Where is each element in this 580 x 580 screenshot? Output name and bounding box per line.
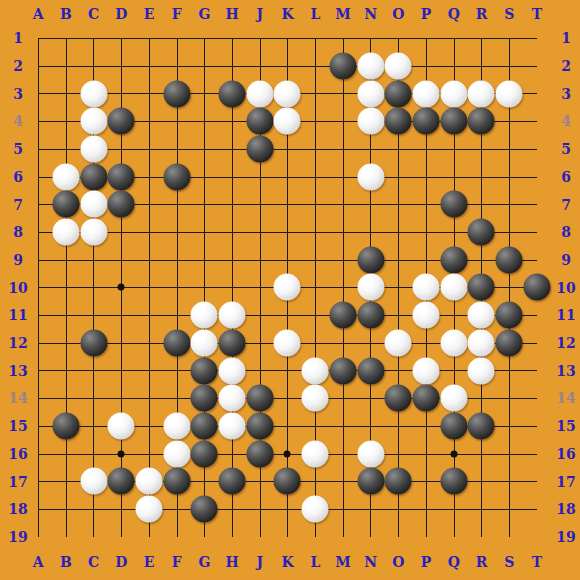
intersection-C16[interactable] [80, 440, 108, 468]
intersection-K13[interactable] [274, 357, 302, 385]
intersection-O2[interactable] [384, 52, 412, 80]
intersection-H6[interactable] [218, 163, 246, 191]
intersection-C2[interactable] [80, 52, 108, 80]
intersection-D1[interactable] [108, 24, 136, 52]
intersection-M3[interactable] [329, 80, 357, 108]
intersection-L7[interactable] [301, 191, 329, 219]
intersection-F12[interactable] [163, 329, 191, 357]
intersection-R6[interactable] [467, 163, 495, 191]
intersection-T19[interactable] [523, 523, 551, 551]
intersection-G17[interactable] [191, 467, 219, 495]
intersection-H8[interactable] [218, 218, 246, 246]
intersection-O18[interactable] [384, 495, 412, 523]
intersection-A4[interactable] [24, 108, 52, 136]
intersection-B15[interactable] [52, 412, 80, 440]
intersection-A16[interactable] [24, 440, 52, 468]
intersection-L18[interactable] [301, 495, 329, 523]
intersection-D13[interactable] [108, 357, 136, 385]
intersection-H15[interactable] [218, 412, 246, 440]
intersection-F6[interactable] [163, 163, 191, 191]
intersection-S12[interactable] [495, 329, 523, 357]
intersection-A5[interactable] [24, 135, 52, 163]
intersection-M15[interactable] [329, 412, 357, 440]
intersection-D5[interactable] [108, 135, 136, 163]
intersection-L4[interactable] [301, 108, 329, 136]
intersection-O15[interactable] [384, 412, 412, 440]
intersection-A14[interactable] [24, 384, 52, 412]
intersection-P12[interactable] [412, 329, 440, 357]
intersection-P8[interactable] [412, 218, 440, 246]
intersection-A8[interactable] [24, 218, 52, 246]
intersection-N6[interactable] [357, 163, 385, 191]
intersection-J5[interactable] [246, 135, 274, 163]
intersection-G2[interactable] [191, 52, 219, 80]
intersection-P14[interactable] [412, 384, 440, 412]
intersection-D18[interactable] [108, 495, 136, 523]
intersection-J1[interactable] [246, 24, 274, 52]
intersection-O19[interactable] [384, 523, 412, 551]
intersection-O16[interactable] [384, 440, 412, 468]
intersection-L9[interactable] [301, 246, 329, 274]
intersection-H13[interactable] [218, 357, 246, 385]
intersection-K3[interactable] [274, 80, 302, 108]
intersection-B7[interactable] [52, 191, 80, 219]
intersection-J2[interactable] [246, 52, 274, 80]
intersection-T15[interactable] [523, 412, 551, 440]
intersection-B2[interactable] [52, 52, 80, 80]
intersection-K4[interactable] [274, 108, 302, 136]
intersection-T16[interactable] [523, 440, 551, 468]
intersection-M18[interactable] [329, 495, 357, 523]
intersection-O13[interactable] [384, 357, 412, 385]
intersection-O14[interactable] [384, 384, 412, 412]
intersection-N13[interactable] [357, 357, 385, 385]
intersection-N11[interactable] [357, 301, 385, 329]
intersection-H18[interactable] [218, 495, 246, 523]
intersection-K18[interactable] [274, 495, 302, 523]
intersection-H1[interactable] [218, 24, 246, 52]
intersection-P5[interactable] [412, 135, 440, 163]
intersection-G11[interactable] [191, 301, 219, 329]
intersection-L15[interactable] [301, 412, 329, 440]
intersection-G8[interactable] [191, 218, 219, 246]
intersection-O3[interactable] [384, 80, 412, 108]
intersection-G7[interactable] [191, 191, 219, 219]
intersection-L1[interactable] [301, 24, 329, 52]
intersection-H2[interactable] [218, 52, 246, 80]
intersection-B14[interactable] [52, 384, 80, 412]
intersection-C10[interactable] [80, 274, 108, 302]
intersection-O9[interactable] [384, 246, 412, 274]
intersection-P4[interactable] [412, 108, 440, 136]
intersection-J17[interactable] [246, 467, 274, 495]
intersection-T1[interactable] [523, 24, 551, 52]
intersection-R10[interactable] [467, 274, 495, 302]
intersection-E12[interactable] [135, 329, 163, 357]
intersection-K9[interactable] [274, 246, 302, 274]
intersection-Q13[interactable] [440, 357, 468, 385]
intersection-L19[interactable] [301, 523, 329, 551]
intersection-Q14[interactable] [440, 384, 468, 412]
intersection-C17[interactable] [80, 467, 108, 495]
intersection-T3[interactable] [523, 80, 551, 108]
intersection-L3[interactable] [301, 80, 329, 108]
intersection-O10[interactable] [384, 274, 412, 302]
intersection-B16[interactable] [52, 440, 80, 468]
intersection-B4[interactable] [52, 108, 80, 136]
intersection-G15[interactable] [191, 412, 219, 440]
intersection-P16[interactable] [412, 440, 440, 468]
intersection-G14[interactable] [191, 384, 219, 412]
intersection-M5[interactable] [329, 135, 357, 163]
intersection-L17[interactable] [301, 467, 329, 495]
intersection-M7[interactable] [329, 191, 357, 219]
intersection-J3[interactable] [246, 80, 274, 108]
intersection-E13[interactable] [135, 357, 163, 385]
intersection-G4[interactable] [191, 108, 219, 136]
intersection-H7[interactable] [218, 191, 246, 219]
intersection-R4[interactable] [467, 108, 495, 136]
intersection-T14[interactable] [523, 384, 551, 412]
intersection-S1[interactable] [495, 24, 523, 52]
intersection-B19[interactable] [52, 523, 80, 551]
intersection-S9[interactable] [495, 246, 523, 274]
intersection-K2[interactable] [274, 52, 302, 80]
intersection-T2[interactable] [523, 52, 551, 80]
intersection-F3[interactable] [163, 80, 191, 108]
intersection-B11[interactable] [52, 301, 80, 329]
intersection-N17[interactable] [357, 467, 385, 495]
intersection-D9[interactable] [108, 246, 136, 274]
intersection-J13[interactable] [246, 357, 274, 385]
intersection-L6[interactable] [301, 163, 329, 191]
intersection-B5[interactable] [52, 135, 80, 163]
intersection-M19[interactable] [329, 523, 357, 551]
intersection-K8[interactable] [274, 218, 302, 246]
intersection-Q15[interactable] [440, 412, 468, 440]
intersection-H16[interactable] [218, 440, 246, 468]
intersection-J14[interactable] [246, 384, 274, 412]
intersection-Q11[interactable] [440, 301, 468, 329]
intersection-P13[interactable] [412, 357, 440, 385]
intersection-Q9[interactable] [440, 246, 468, 274]
intersection-S15[interactable] [495, 412, 523, 440]
intersection-O7[interactable] [384, 191, 412, 219]
intersection-P9[interactable] [412, 246, 440, 274]
intersection-Q1[interactable] [440, 24, 468, 52]
intersection-N16[interactable] [357, 440, 385, 468]
intersection-S7[interactable] [495, 191, 523, 219]
intersection-G18[interactable] [191, 495, 219, 523]
intersection-A19[interactable] [24, 523, 52, 551]
intersection-P1[interactable] [412, 24, 440, 52]
intersection-G16[interactable] [191, 440, 219, 468]
intersection-H10[interactable] [218, 274, 246, 302]
intersection-E19[interactable] [135, 523, 163, 551]
intersection-C11[interactable] [80, 301, 108, 329]
intersection-K15[interactable] [274, 412, 302, 440]
intersection-S16[interactable] [495, 440, 523, 468]
intersection-D14[interactable] [108, 384, 136, 412]
intersection-J8[interactable] [246, 218, 274, 246]
intersection-D10[interactable] [108, 274, 136, 302]
intersection-J12[interactable] [246, 329, 274, 357]
intersection-Q17[interactable] [440, 467, 468, 495]
intersection-S3[interactable] [495, 80, 523, 108]
intersection-T8[interactable] [523, 218, 551, 246]
intersection-C5[interactable] [80, 135, 108, 163]
intersection-C14[interactable] [80, 384, 108, 412]
intersection-P17[interactable] [412, 467, 440, 495]
intersection-F11[interactable] [163, 301, 191, 329]
intersection-N9[interactable] [357, 246, 385, 274]
intersection-A7[interactable] [24, 191, 52, 219]
intersection-F2[interactable] [163, 52, 191, 80]
intersection-E10[interactable] [135, 274, 163, 302]
intersection-N15[interactable] [357, 412, 385, 440]
intersection-A6[interactable] [24, 163, 52, 191]
intersection-G19[interactable] [191, 523, 219, 551]
intersection-Q6[interactable] [440, 163, 468, 191]
intersection-D15[interactable] [108, 412, 136, 440]
intersection-C15[interactable] [80, 412, 108, 440]
intersection-R2[interactable] [467, 52, 495, 80]
intersection-G6[interactable] [191, 163, 219, 191]
intersection-E15[interactable] [135, 412, 163, 440]
intersection-K7[interactable] [274, 191, 302, 219]
intersection-N8[interactable] [357, 218, 385, 246]
intersection-D12[interactable] [108, 329, 136, 357]
intersection-O8[interactable] [384, 218, 412, 246]
intersection-T12[interactable] [523, 329, 551, 357]
intersection-L2[interactable] [301, 52, 329, 80]
intersection-E11[interactable] [135, 301, 163, 329]
intersection-F10[interactable] [163, 274, 191, 302]
intersection-L12[interactable] [301, 329, 329, 357]
intersection-S19[interactable] [495, 523, 523, 551]
intersection-D16[interactable] [108, 440, 136, 468]
intersection-G13[interactable] [191, 357, 219, 385]
intersection-T9[interactable] [523, 246, 551, 274]
intersection-G9[interactable] [191, 246, 219, 274]
intersection-F13[interactable] [163, 357, 191, 385]
intersection-R7[interactable] [467, 191, 495, 219]
intersection-Q5[interactable] [440, 135, 468, 163]
intersection-S8[interactable] [495, 218, 523, 246]
intersection-S4[interactable] [495, 108, 523, 136]
intersection-R17[interactable] [467, 467, 495, 495]
intersection-G3[interactable] [191, 80, 219, 108]
intersection-D7[interactable] [108, 191, 136, 219]
intersection-E3[interactable] [135, 80, 163, 108]
intersection-C12[interactable] [80, 329, 108, 357]
intersection-N1[interactable] [357, 24, 385, 52]
intersection-A9[interactable] [24, 246, 52, 274]
intersection-E4[interactable] [135, 108, 163, 136]
intersection-G1[interactable] [191, 24, 219, 52]
intersection-B12[interactable] [52, 329, 80, 357]
intersection-P15[interactable] [412, 412, 440, 440]
intersection-Q19[interactable] [440, 523, 468, 551]
intersection-E18[interactable] [135, 495, 163, 523]
intersection-R19[interactable] [467, 523, 495, 551]
intersection-P7[interactable] [412, 191, 440, 219]
intersection-J11[interactable] [246, 301, 274, 329]
intersection-N10[interactable] [357, 274, 385, 302]
intersection-T13[interactable] [523, 357, 551, 385]
intersection-M4[interactable] [329, 108, 357, 136]
intersection-A10[interactable] [24, 274, 52, 302]
intersection-J4[interactable] [246, 108, 274, 136]
intersection-H3[interactable] [218, 80, 246, 108]
intersection-D17[interactable] [108, 467, 136, 495]
intersection-F15[interactable] [163, 412, 191, 440]
intersection-D19[interactable] [108, 523, 136, 551]
intersection-O1[interactable] [384, 24, 412, 52]
intersection-C4[interactable] [80, 108, 108, 136]
intersection-H19[interactable] [218, 523, 246, 551]
intersection-Q3[interactable] [440, 80, 468, 108]
intersection-N3[interactable] [357, 80, 385, 108]
intersection-B18[interactable] [52, 495, 80, 523]
intersection-O11[interactable] [384, 301, 412, 329]
intersection-S14[interactable] [495, 384, 523, 412]
intersection-P10[interactable] [412, 274, 440, 302]
intersection-G12[interactable] [191, 329, 219, 357]
intersection-C13[interactable] [80, 357, 108, 385]
intersection-S11[interactable] [495, 301, 523, 329]
intersection-N7[interactable] [357, 191, 385, 219]
intersection-D6[interactable] [108, 163, 136, 191]
intersection-L13[interactable] [301, 357, 329, 385]
intersection-A12[interactable] [24, 329, 52, 357]
intersection-A15[interactable] [24, 412, 52, 440]
intersection-T7[interactable] [523, 191, 551, 219]
intersection-J9[interactable] [246, 246, 274, 274]
intersection-H11[interactable] [218, 301, 246, 329]
intersection-R12[interactable] [467, 329, 495, 357]
intersection-M2[interactable] [329, 52, 357, 80]
intersection-O5[interactable] [384, 135, 412, 163]
intersection-K12[interactable] [274, 329, 302, 357]
intersection-Q16[interactable] [440, 440, 468, 468]
intersection-H14[interactable] [218, 384, 246, 412]
intersection-F1[interactable] [163, 24, 191, 52]
intersection-B17[interactable] [52, 467, 80, 495]
intersection-R8[interactable] [467, 218, 495, 246]
intersection-S6[interactable] [495, 163, 523, 191]
intersection-R9[interactable] [467, 246, 495, 274]
intersection-B8[interactable] [52, 218, 80, 246]
intersection-P18[interactable] [412, 495, 440, 523]
intersection-M12[interactable] [329, 329, 357, 357]
intersection-Q2[interactable] [440, 52, 468, 80]
intersection-F17[interactable] [163, 467, 191, 495]
intersection-L10[interactable] [301, 274, 329, 302]
intersection-M6[interactable] [329, 163, 357, 191]
intersection-S5[interactable] [495, 135, 523, 163]
intersection-G5[interactable] [191, 135, 219, 163]
intersection-E8[interactable] [135, 218, 163, 246]
intersection-P3[interactable] [412, 80, 440, 108]
intersection-T18[interactable] [523, 495, 551, 523]
intersection-T17[interactable] [523, 467, 551, 495]
intersection-P19[interactable] [412, 523, 440, 551]
intersection-C19[interactable] [80, 523, 108, 551]
intersection-N5[interactable] [357, 135, 385, 163]
intersection-F7[interactable] [163, 191, 191, 219]
intersection-R16[interactable] [467, 440, 495, 468]
intersection-C1[interactable] [80, 24, 108, 52]
intersection-P2[interactable] [412, 52, 440, 80]
intersection-R5[interactable] [467, 135, 495, 163]
intersection-C3[interactable] [80, 80, 108, 108]
intersection-R14[interactable] [467, 384, 495, 412]
intersection-H5[interactable] [218, 135, 246, 163]
intersection-S2[interactable] [495, 52, 523, 80]
intersection-O17[interactable] [384, 467, 412, 495]
intersection-K19[interactable] [274, 523, 302, 551]
intersection-M13[interactable] [329, 357, 357, 385]
intersection-N19[interactable] [357, 523, 385, 551]
intersection-A2[interactable] [24, 52, 52, 80]
intersection-T5[interactable] [523, 135, 551, 163]
intersection-K16[interactable] [274, 440, 302, 468]
intersection-F8[interactable] [163, 218, 191, 246]
intersection-C9[interactable] [80, 246, 108, 274]
intersection-B13[interactable] [52, 357, 80, 385]
intersection-O12[interactable] [384, 329, 412, 357]
intersection-O6[interactable] [384, 163, 412, 191]
intersection-H17[interactable] [218, 467, 246, 495]
intersection-Q12[interactable] [440, 329, 468, 357]
intersection-M11[interactable] [329, 301, 357, 329]
intersection-T10[interactable] [523, 274, 551, 302]
intersection-H9[interactable] [218, 246, 246, 274]
intersection-J7[interactable] [246, 191, 274, 219]
intersection-E9[interactable] [135, 246, 163, 274]
intersection-E5[interactable] [135, 135, 163, 163]
intersection-P11[interactable] [412, 301, 440, 329]
intersection-N14[interactable] [357, 384, 385, 412]
intersection-H12[interactable] [218, 329, 246, 357]
intersection-A18[interactable] [24, 495, 52, 523]
intersection-D3[interactable] [108, 80, 136, 108]
intersection-M10[interactable] [329, 274, 357, 302]
intersection-F18[interactable] [163, 495, 191, 523]
intersection-A13[interactable] [24, 357, 52, 385]
intersection-T4[interactable] [523, 108, 551, 136]
intersection-J15[interactable] [246, 412, 274, 440]
intersection-N12[interactable] [357, 329, 385, 357]
intersection-J16[interactable] [246, 440, 274, 468]
intersection-M1[interactable] [329, 24, 357, 52]
intersection-R1[interactable] [467, 24, 495, 52]
intersection-S13[interactable] [495, 357, 523, 385]
intersection-K11[interactable] [274, 301, 302, 329]
intersection-Q4[interactable] [440, 108, 468, 136]
intersection-E7[interactable] [135, 191, 163, 219]
intersection-P6[interactable] [412, 163, 440, 191]
intersection-A17[interactable] [24, 467, 52, 495]
intersection-Q8[interactable] [440, 218, 468, 246]
intersection-C6[interactable] [80, 163, 108, 191]
intersection-A1[interactable] [24, 24, 52, 52]
intersection-M9[interactable] [329, 246, 357, 274]
intersection-B1[interactable] [52, 24, 80, 52]
intersection-B10[interactable] [52, 274, 80, 302]
intersection-S18[interactable] [495, 495, 523, 523]
